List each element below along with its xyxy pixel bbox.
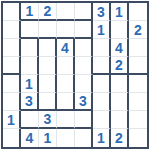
cell-r1c3-clue: 2 bbox=[39, 3, 57, 21]
cell-r8c4[interactable] bbox=[57, 129, 75, 147]
cell-r8c7-clue: 2 bbox=[111, 129, 129, 147]
cell-r4c8[interactable] bbox=[129, 57, 147, 75]
cell-r1c2-clue: 1 bbox=[21, 3, 39, 21]
cell-r8c2-clue: 4 bbox=[21, 129, 39, 147]
cell-r2c8-clue: 2 bbox=[129, 21, 147, 39]
cell-r6c5-clue: 3 bbox=[75, 93, 93, 111]
cell-r7c3-clue: 3 bbox=[39, 111, 57, 129]
cell-r5c7[interactable] bbox=[111, 75, 129, 93]
cell-r7c2[interactable] bbox=[21, 111, 39, 129]
cell-r7c8[interactable] bbox=[129, 111, 147, 129]
cell-r4c3[interactable] bbox=[39, 57, 57, 75]
cell-r7c6[interactable] bbox=[93, 111, 111, 129]
cell-r3c4-clue: 4 bbox=[57, 39, 75, 57]
cell-r1c7-clue: 1 bbox=[111, 3, 129, 21]
cell-r3c2[interactable] bbox=[21, 39, 39, 57]
cell-r2c1[interactable] bbox=[3, 21, 21, 39]
cell-r7c7[interactable] bbox=[111, 111, 129, 129]
cell-r5c6[interactable] bbox=[93, 75, 111, 93]
cell-r6c4[interactable] bbox=[57, 93, 75, 111]
cell-r8c8[interactable] bbox=[129, 129, 147, 147]
cell-r3c1[interactable] bbox=[3, 39, 21, 57]
ripple-effect-board: 123112442133134112 bbox=[1, 1, 149, 149]
cell-r6c6[interactable] bbox=[93, 93, 111, 111]
cell-r1c4[interactable] bbox=[57, 3, 75, 21]
cell-r2c5[interactable] bbox=[75, 21, 93, 39]
cell-r3c8[interactable] bbox=[129, 39, 147, 57]
cell-r4c6[interactable] bbox=[93, 57, 111, 75]
cell-r8c1[interactable] bbox=[3, 129, 21, 147]
cell-r1c8[interactable] bbox=[129, 3, 147, 21]
cell-r3c3[interactable] bbox=[39, 39, 57, 57]
cell-r3c5[interactable] bbox=[75, 39, 93, 57]
cell-r2c4[interactable] bbox=[57, 21, 75, 39]
cell-r6c3[interactable] bbox=[39, 93, 57, 111]
cell-r8c6-clue: 1 bbox=[93, 129, 111, 147]
cell-r7c4[interactable] bbox=[57, 111, 75, 129]
puzzle-page: 123112442133134112 bbox=[0, 0, 150, 150]
cell-r6c1[interactable] bbox=[3, 93, 21, 111]
cell-r2c7[interactable] bbox=[111, 21, 129, 39]
cell-r4c7-clue: 2 bbox=[111, 57, 129, 75]
cell-r7c1-clue: 1 bbox=[3, 111, 21, 129]
cell-r2c6-clue: 1 bbox=[93, 21, 111, 39]
cell-r6c2-clue: 3 bbox=[21, 93, 39, 111]
cell-r5c8[interactable] bbox=[129, 75, 147, 93]
cell-r4c4[interactable] bbox=[57, 57, 75, 75]
cell-r1c1[interactable] bbox=[3, 3, 21, 21]
cell-r5c4[interactable] bbox=[57, 75, 75, 93]
cell-r3c7-clue: 4 bbox=[111, 39, 129, 57]
cell-r4c2[interactable] bbox=[21, 57, 39, 75]
cell-r8c3-clue: 1 bbox=[39, 129, 57, 147]
cell-r1c5[interactable] bbox=[75, 3, 93, 21]
cell-r5c3[interactable] bbox=[39, 75, 57, 93]
cell-r6c7[interactable] bbox=[111, 93, 129, 111]
cell-r6c8[interactable] bbox=[129, 93, 147, 111]
cell-r5c1[interactable] bbox=[3, 75, 21, 93]
cell-r7c5[interactable] bbox=[75, 111, 93, 129]
cell-r8c5[interactable] bbox=[75, 129, 93, 147]
cell-r5c5[interactable] bbox=[75, 75, 93, 93]
cell-r4c1[interactable] bbox=[3, 57, 21, 75]
cell-r4c5[interactable] bbox=[75, 57, 93, 75]
cell-r1c6-clue: 3 bbox=[93, 3, 111, 21]
cell-r3c6[interactable] bbox=[93, 39, 111, 57]
cell-r2c2[interactable] bbox=[21, 21, 39, 39]
cell-r2c3[interactable] bbox=[39, 21, 57, 39]
cell-r5c2-clue: 1 bbox=[21, 75, 39, 93]
